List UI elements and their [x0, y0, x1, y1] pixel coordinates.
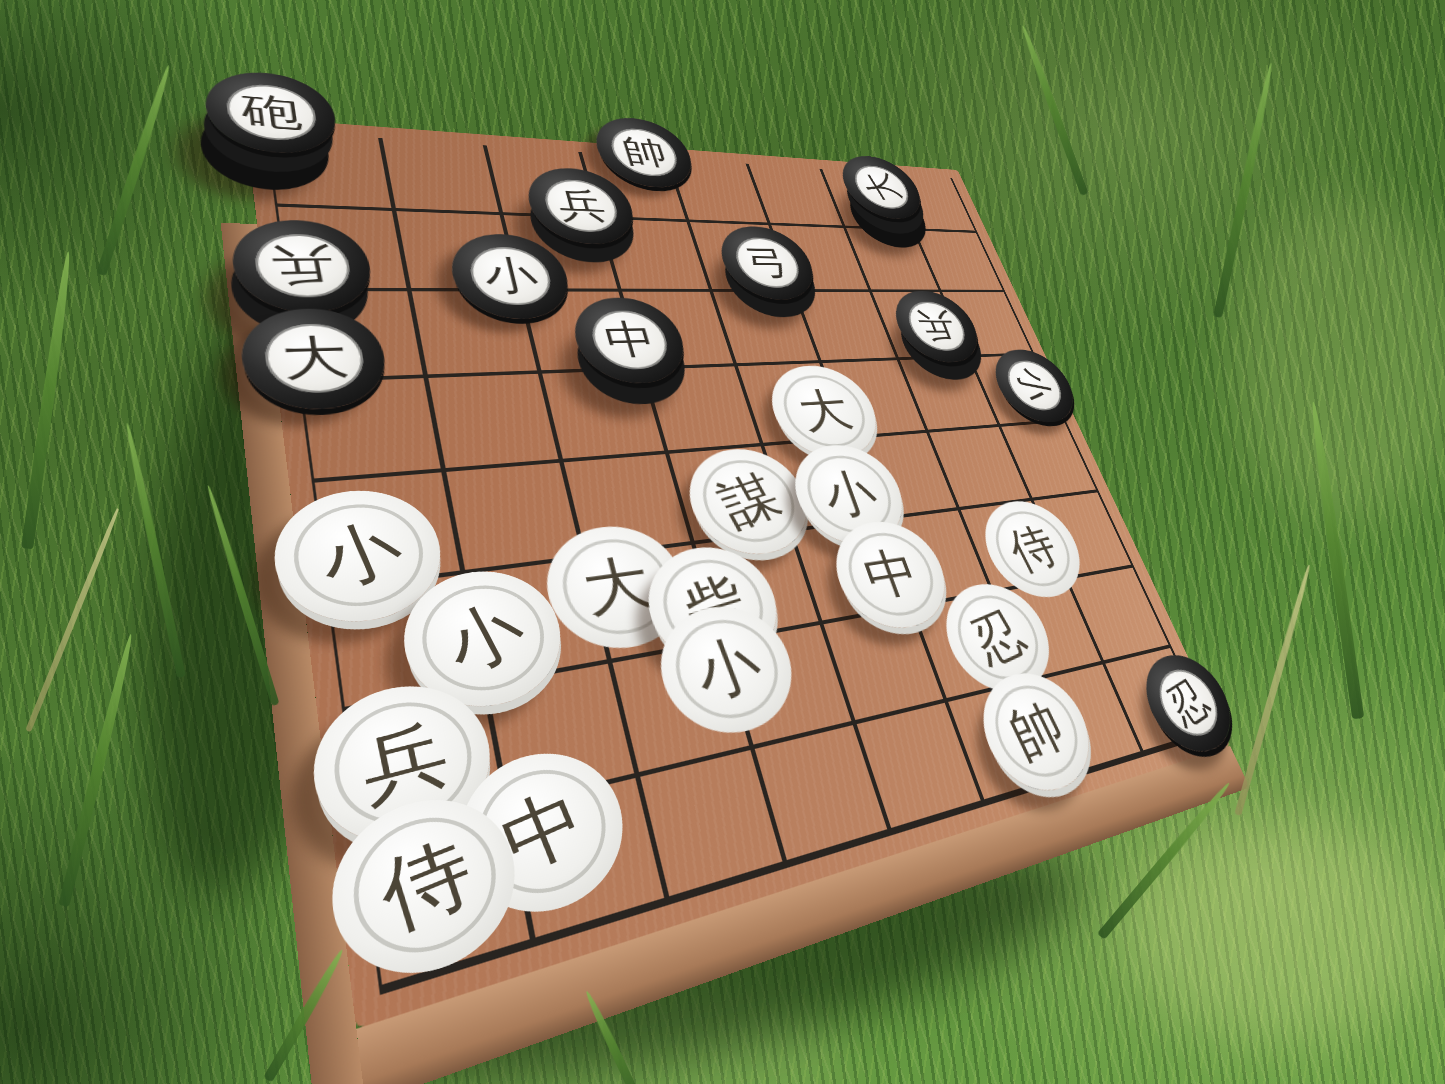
piece-kanji: 砲 — [224, 82, 319, 143]
disc-center: 大 — [262, 324, 368, 395]
piece-kanji: 中 — [586, 311, 674, 371]
disc-center: 小 — [465, 246, 556, 305]
piece-kanji: 小 — [465, 246, 556, 305]
disc-center: 弓 — [729, 237, 806, 288]
disc-center: 帥 — [606, 126, 684, 177]
piece-kanji: 兵 — [251, 234, 356, 298]
disc-center: 砲 — [224, 82, 319, 143]
disc-center: 兵 — [540, 178, 624, 232]
disc-center: 兵 — [901, 302, 973, 352]
piece-kanji: 大 — [262, 324, 368, 395]
disc-center: 兵 — [252, 233, 354, 297]
photo-scene: 砲帥大兵小弓兵大中兵小忍大小謀中侍忍帥小小大砦小兵侍中 — [0, 0, 1445, 1084]
piece-kanji: 弓 — [729, 237, 806, 288]
piece-kanji: 兵 — [540, 178, 624, 232]
piece-kanji: 兵 — [902, 301, 973, 350]
disc-center: 中 — [586, 311, 674, 371]
piece-kanji: 帥 — [606, 126, 684, 177]
